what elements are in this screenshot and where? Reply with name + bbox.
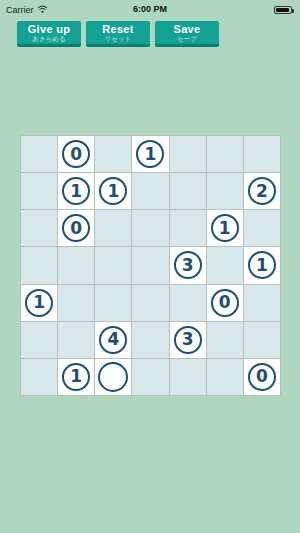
puzzle-board: 011120131104310 (20, 135, 281, 396)
grid-cell-r1c6[interactable] (207, 136, 243, 172)
grid-cell-r6c6[interactable] (207, 322, 243, 358)
grid-cell-r7c3[interactable] (95, 359, 131, 395)
clue-circle: 1 (136, 140, 164, 168)
grid-cell-r1c7[interactable] (244, 136, 280, 172)
reset-button[interactable]: Reset リセット (86, 21, 150, 47)
app-screen: { "game": "kurodoko-style circled-number… (0, 0, 300, 533)
clue-circle: 3 (174, 251, 202, 279)
grid-cell-r5c5[interactable] (170, 285, 206, 321)
clue-circle: 3 (174, 326, 202, 354)
give-up-label: Give up (17, 23, 81, 35)
grid-cell-r5c4[interactable] (132, 285, 168, 321)
grid-cell-r4c3[interactable] (95, 247, 131, 283)
grid-cell-r2c4[interactable] (132, 173, 168, 209)
battery-full-icon (274, 6, 292, 14)
grid-cell-r2c3[interactable]: 1 (95, 173, 131, 209)
grid-cell-r7c7[interactable]: 0 (244, 359, 280, 395)
grid-cell-r2c1[interactable] (21, 173, 57, 209)
clue-circle: 1 (99, 177, 127, 205)
grid-cell-r7c5[interactable] (170, 359, 206, 395)
grid-cell-r7c6[interactable] (207, 359, 243, 395)
grid-cell-r2c7[interactable]: 2 (244, 173, 280, 209)
clue-circle: 1 (62, 177, 90, 205)
blank-circle-mark (98, 362, 128, 392)
save-label: Save (155, 23, 219, 35)
grid-cell-r1c3[interactable] (95, 136, 131, 172)
grid-cell-r5c1[interactable]: 1 (21, 285, 57, 321)
grid-cell-r7c4[interactable] (132, 359, 168, 395)
grid-cell-r6c5[interactable]: 3 (170, 322, 206, 358)
grid-cell-r6c4[interactable] (132, 322, 168, 358)
clue-circle: 0 (62, 140, 90, 168)
clue-circle: 1 (25, 289, 53, 317)
clue-circle: 1 (211, 214, 239, 242)
clue-circle: 2 (248, 177, 276, 205)
grid-cell-r1c1[interactable] (21, 136, 57, 172)
grid-cell-r6c1[interactable] (21, 322, 57, 358)
toolbar: Give up あきらめる Reset リセット Save セーブ (17, 21, 219, 47)
grid-cell-r7c2[interactable]: 1 (58, 359, 94, 395)
grid-cell-r6c7[interactable] (244, 322, 280, 358)
give-up-button[interactable]: Give up あきらめる (17, 21, 81, 47)
grid-cell-r4c6[interactable] (207, 247, 243, 283)
reset-sublabel: リセット (86, 35, 150, 43)
grid-cell-r3c3[interactable] (95, 210, 131, 246)
reset-label: Reset (86, 23, 150, 35)
grid-cell-r2c5[interactable] (170, 173, 206, 209)
clue-circle: 1 (62, 363, 90, 391)
clue-circle: 1 (248, 251, 276, 279)
grid-cell-r3c4[interactable] (132, 210, 168, 246)
clue-circle: 0 (211, 289, 239, 317)
clock: 6:00 PM (0, 4, 300, 14)
grid-cell-r3c7[interactable] (244, 210, 280, 246)
save-sublabel: セーブ (155, 35, 219, 43)
grid-cell-r6c3[interactable]: 4 (95, 322, 131, 358)
grid-cell-r6c2[interactable] (58, 322, 94, 358)
grid-cell-r2c6[interactable] (207, 173, 243, 209)
grid-cell-r2c2[interactable]: 1 (58, 173, 94, 209)
clue-circle: 4 (99, 326, 127, 354)
status-bar: Carrier 6:00 PM (0, 0, 300, 20)
grid-cell-r3c6[interactable]: 1 (207, 210, 243, 246)
grid-cell-r5c3[interactable] (95, 285, 131, 321)
grid-cell-r1c2[interactable]: 0 (58, 136, 94, 172)
grid-cell-r4c1[interactable] (21, 247, 57, 283)
grid-cell-r7c1[interactable] (21, 359, 57, 395)
grid-cell-r3c2[interactable]: 0 (58, 210, 94, 246)
save-button[interactable]: Save セーブ (155, 21, 219, 47)
grid-cell-r3c5[interactable] (170, 210, 206, 246)
grid-cell-r5c7[interactable] (244, 285, 280, 321)
grid-cell-r5c6[interactable]: 0 (207, 285, 243, 321)
grid-cell-r5c2[interactable] (58, 285, 94, 321)
give-up-sublabel: あきらめる (17, 35, 81, 43)
grid-cell-r4c7[interactable]: 1 (244, 247, 280, 283)
grid-cell-r4c2[interactable] (58, 247, 94, 283)
grid-cell-r3c1[interactable] (21, 210, 57, 246)
clue-circle: 0 (62, 214, 90, 242)
grid-cell-r1c4[interactable]: 1 (132, 136, 168, 172)
grid-cell-r4c4[interactable] (132, 247, 168, 283)
grid-cell-r1c5[interactable] (170, 136, 206, 172)
clue-circle: 0 (248, 363, 276, 391)
grid-cell-r4c5[interactable]: 3 (170, 247, 206, 283)
